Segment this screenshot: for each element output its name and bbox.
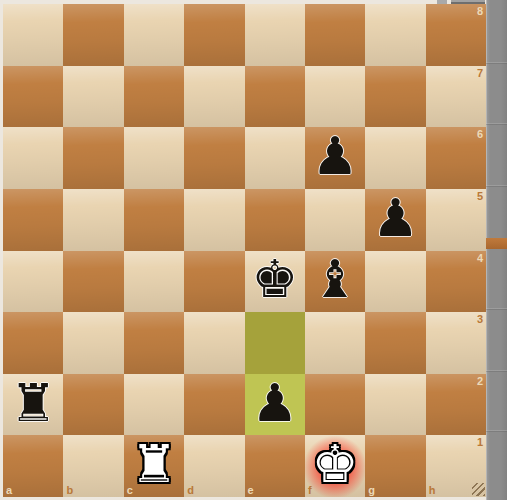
square-f4[interactable]: ♝: [305, 251, 365, 313]
square-g4[interactable]: [365, 251, 425, 313]
square-a8[interactable]: [3, 4, 63, 66]
square-e4[interactable]: ♚: [245, 251, 305, 313]
square-f8[interactable]: [305, 4, 365, 66]
rank-label-6: 6: [477, 128, 483, 140]
square-h8[interactable]: 8: [426, 4, 486, 66]
square-b3[interactable]: [63, 312, 123, 374]
file-label-g: g: [368, 484, 375, 496]
white-king[interactable]: ♚: [312, 438, 359, 490]
square-e5[interactable]: [245, 189, 305, 251]
square-h4[interactable]: 4: [426, 251, 486, 313]
black-pawn[interactable]: ♟: [312, 130, 359, 182]
rank-label-5: 5: [477, 190, 483, 202]
square-d7[interactable]: [184, 66, 244, 128]
square-d3[interactable]: [184, 312, 244, 374]
square-a4[interactable]: [3, 251, 63, 313]
square-g7[interactable]: [365, 66, 425, 128]
square-b4[interactable]: [63, 251, 123, 313]
square-d6[interactable]: [184, 127, 244, 189]
rank-label-1: 1: [477, 436, 483, 448]
black-bishop[interactable]: ♝: [312, 253, 359, 305]
square-b7[interactable]: [63, 66, 123, 128]
scrollbar-divider: [486, 123, 507, 125]
square-d5[interactable]: [184, 189, 244, 251]
square-f7[interactable]: [305, 66, 365, 128]
rank-label-3: 3: [477, 313, 483, 325]
square-a6[interactable]: [3, 127, 63, 189]
resize-handle-icon[interactable]: [472, 483, 485, 496]
square-e8[interactable]: [245, 4, 305, 66]
browser-ui-fragment: [437, 0, 447, 4]
file-label-d: d: [187, 484, 194, 496]
square-a3[interactable]: [3, 312, 63, 374]
square-b8[interactable]: [63, 4, 123, 66]
file-label-h: h: [429, 484, 436, 496]
scrollbar-marker: [486, 238, 507, 249]
square-b2[interactable]: [63, 374, 123, 436]
square-g6[interactable]: [365, 127, 425, 189]
square-h5[interactable]: 5: [426, 189, 486, 251]
square-b6[interactable]: [63, 127, 123, 189]
square-a1[interactable]: a: [3, 435, 63, 497]
rank-label-4: 4: [477, 252, 483, 264]
square-h7[interactable]: 7: [426, 66, 486, 128]
rank-label-7: 7: [477, 67, 483, 79]
square-b1[interactable]: b: [63, 435, 123, 497]
square-b5[interactable]: [63, 189, 123, 251]
rank-label-2: 2: [477, 375, 483, 387]
square-c7[interactable]: [124, 66, 184, 128]
square-a2[interactable]: ♜: [3, 374, 63, 436]
scrollbar-divider: [486, 370, 507, 372]
scrollbar-divider: [486, 185, 507, 187]
square-e2[interactable]: ♟: [245, 374, 305, 436]
browser-ui-fragment: [451, 0, 485, 4]
square-h1[interactable]: h1: [426, 435, 486, 497]
square-a7[interactable]: [3, 66, 63, 128]
file-label-a: a: [6, 484, 12, 496]
square-g8[interactable]: [365, 4, 425, 66]
scrollbar-divider: [486, 430, 507, 432]
square-f6[interactable]: ♟: [305, 127, 365, 189]
square-c5[interactable]: [124, 189, 184, 251]
rank-label-8: 8: [477, 5, 483, 17]
black-pawn[interactable]: ♟: [372, 192, 419, 244]
square-c1[interactable]: c♜: [124, 435, 184, 497]
scrollbar[interactable]: [486, 0, 507, 500]
square-c8[interactable]: [124, 4, 184, 66]
square-g2[interactable]: [365, 374, 425, 436]
square-e3[interactable]: [245, 312, 305, 374]
chess-board: 87♟6♟5♚♝43♜♟2abc♜def♚gh1: [3, 4, 486, 497]
square-h2[interactable]: 2: [426, 374, 486, 436]
scrollbar-divider: [486, 308, 507, 310]
square-d1[interactable]: d: [184, 435, 244, 497]
square-a5[interactable]: [3, 189, 63, 251]
square-g3[interactable]: [365, 312, 425, 374]
square-d8[interactable]: [184, 4, 244, 66]
square-h3[interactable]: 3: [426, 312, 486, 374]
square-d4[interactable]: [184, 251, 244, 313]
scrollbar-divider: [486, 62, 507, 64]
square-c2[interactable]: [124, 374, 184, 436]
black-king[interactable]: ♚: [251, 253, 298, 305]
white-rook[interactable]: ♜: [131, 438, 178, 490]
square-h6[interactable]: 6: [426, 127, 486, 189]
square-d2[interactable]: [184, 374, 244, 436]
square-e1[interactable]: e: [245, 435, 305, 497]
square-g5[interactable]: ♟: [365, 189, 425, 251]
square-f1[interactable]: f♚: [305, 435, 365, 497]
square-g1[interactable]: g: [365, 435, 425, 497]
black-pawn[interactable]: ♟: [251, 377, 298, 429]
black-rook[interactable]: ♜: [10, 377, 57, 429]
square-e7[interactable]: [245, 66, 305, 128]
square-f5[interactable]: [305, 189, 365, 251]
square-f3[interactable]: [305, 312, 365, 374]
square-e6[interactable]: [245, 127, 305, 189]
square-c4[interactable]: [124, 251, 184, 313]
square-c6[interactable]: [124, 127, 184, 189]
square-c3[interactable]: [124, 312, 184, 374]
square-f2[interactable]: [305, 374, 365, 436]
file-label-b: b: [66, 484, 73, 496]
file-label-e: e: [248, 484, 254, 496]
